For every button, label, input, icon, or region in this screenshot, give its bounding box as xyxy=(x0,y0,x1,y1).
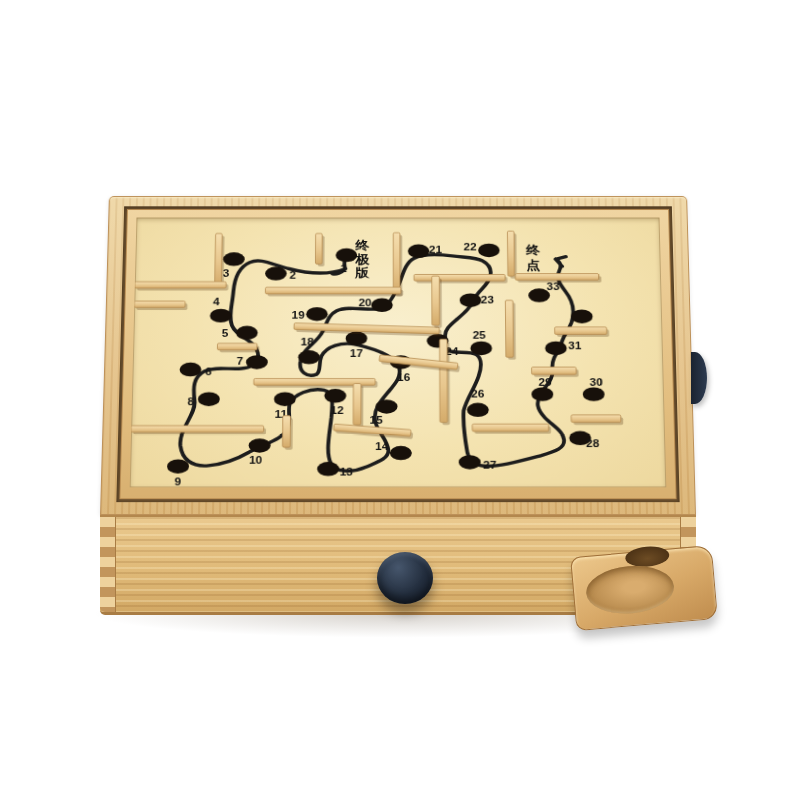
maze-wall-15 xyxy=(414,274,505,280)
ball-tray[interactable] xyxy=(570,545,718,631)
front-tilt-knob[interactable] xyxy=(377,552,433,604)
maze-wall-14 xyxy=(440,339,448,422)
hole-number-31: 31 xyxy=(568,340,581,351)
hole-number-12: 12 xyxy=(330,404,343,415)
hole-number-14: 14 xyxy=(375,441,389,452)
product-photo: 1234567891011121314151617181920212223242… xyxy=(0,0,800,800)
hole-8 xyxy=(198,392,220,406)
hole-11 xyxy=(274,392,296,406)
hole-number-1: 1 xyxy=(340,263,347,274)
hole-9 xyxy=(167,459,189,473)
hole-number-13: 13 xyxy=(340,466,353,477)
edition-label-char-2: 极 xyxy=(354,252,370,266)
maze-wall-5 xyxy=(265,287,400,293)
finger-joints-left xyxy=(100,517,116,612)
hole-19 xyxy=(306,307,328,321)
hole-number-18: 18 xyxy=(301,336,314,347)
hole-number-5: 5 xyxy=(222,328,229,339)
hole-2 xyxy=(265,267,287,281)
hole-number-28: 28 xyxy=(586,437,599,448)
hole-18 xyxy=(298,350,320,364)
hole-27 xyxy=(459,455,481,469)
hole-26 xyxy=(467,403,489,417)
hole-number-20: 20 xyxy=(358,297,371,308)
hole-number-29: 29 xyxy=(538,376,551,387)
hole-29 xyxy=(531,387,553,401)
maze-wall-16 xyxy=(515,274,599,280)
hole-number-16: 16 xyxy=(397,371,410,382)
hole-number-2: 2 xyxy=(290,270,297,281)
hole-number-30: 30 xyxy=(590,376,603,387)
maze-wall-23 xyxy=(282,416,290,448)
hole-30 xyxy=(583,387,605,401)
hole-31 xyxy=(545,341,567,355)
hole-32 xyxy=(571,310,593,324)
hole-number-23: 23 xyxy=(481,294,494,305)
hole-number-8: 8 xyxy=(187,396,194,407)
hole-23 xyxy=(460,293,482,307)
hole-13 xyxy=(317,462,339,476)
edition-label-char-1: 终 xyxy=(354,239,370,252)
maze-wall-1 xyxy=(215,233,222,284)
hole-number-9: 9 xyxy=(174,476,181,487)
maze-wall-21 xyxy=(571,415,621,422)
hole-14 xyxy=(390,446,412,460)
hole-number-22: 22 xyxy=(464,242,477,253)
box-top: 1234567891011121314151617181920212223242… xyxy=(100,196,696,515)
hole-7 xyxy=(246,355,268,369)
hole-number-10: 10 xyxy=(249,454,262,465)
hole-22 xyxy=(478,243,500,257)
maze-wall-2 xyxy=(315,233,322,263)
hole-number-7: 7 xyxy=(237,355,244,366)
hole-number-25: 25 xyxy=(473,330,486,341)
rim-gap: 1234567891011121314151617181920212223242… xyxy=(116,206,679,502)
maze-wall-9 xyxy=(217,343,257,350)
maze-wall-24 xyxy=(432,276,440,325)
hole-number-6: 6 xyxy=(205,366,212,377)
maze-wall-12 xyxy=(131,426,264,433)
edition-label-char-3: 版 xyxy=(354,266,370,280)
hole-15 xyxy=(376,400,398,414)
hole-3 xyxy=(223,252,245,266)
hole-number-21: 21 xyxy=(429,244,442,255)
hole-4 xyxy=(210,309,232,323)
hole-12 xyxy=(324,389,346,403)
maze-playfield: 1234567891011121314151617181920212223242… xyxy=(130,218,667,488)
hole-1 xyxy=(336,248,358,262)
maze-wall-17 xyxy=(505,300,513,357)
hole-number-15: 15 xyxy=(369,414,382,425)
hole-21 xyxy=(408,244,430,258)
hole-number-26: 26 xyxy=(471,389,484,400)
hole-5 xyxy=(236,326,258,340)
maze-wall-18 xyxy=(555,327,607,334)
hole-10 xyxy=(249,438,271,452)
hole-number-19: 19 xyxy=(291,309,304,320)
maze-wall-4 xyxy=(507,231,514,276)
side-tilt-knob[interactable] xyxy=(691,352,707,404)
tray-scoop xyxy=(584,562,676,616)
hole-20 xyxy=(371,298,393,312)
maze-wall-3 xyxy=(393,233,400,294)
hole-25 xyxy=(470,341,492,355)
maze-wall-6 xyxy=(135,282,226,288)
maze-svg: 1234567891011121314151617181920212223242… xyxy=(130,218,667,488)
hole-number-27: 27 xyxy=(483,459,496,470)
hole-number-33: 33 xyxy=(547,281,560,292)
maze-wall-19 xyxy=(532,367,577,374)
hole-number-4: 4 xyxy=(213,296,221,307)
finish-label-char-2: 点 xyxy=(526,258,541,272)
maze-wall-11 xyxy=(353,384,361,425)
maze-wall-20 xyxy=(472,424,548,431)
hole-number-17: 17 xyxy=(350,348,363,359)
finish-label-char-1: 终 xyxy=(525,244,541,257)
maze-frame: 1234567891011121314151617181920212223242… xyxy=(119,209,676,499)
maze-wall-7 xyxy=(134,301,185,307)
